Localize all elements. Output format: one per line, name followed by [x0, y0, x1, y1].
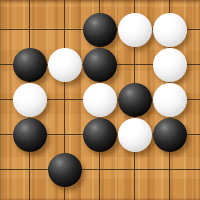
white-stone — [83, 83, 117, 117]
black-stone — [48, 153, 82, 187]
black-stone — [83, 48, 117, 82]
black-stone — [153, 118, 187, 152]
white-stone — [13, 83, 47, 117]
white-stone — [48, 48, 82, 82]
black-stone — [83, 118, 117, 152]
white-stone — [153, 48, 187, 82]
black-stone — [13, 48, 47, 82]
white-stone — [118, 13, 152, 47]
black-stone — [118, 83, 152, 117]
white-stone — [153, 83, 187, 117]
grid-line-horizontal-4 — [0, 169, 200, 170]
black-stone — [13, 118, 47, 152]
white-stone — [118, 118, 152, 152]
black-stone — [83, 13, 117, 47]
white-stone — [153, 13, 187, 47]
go-app-screen — [0, 0, 200, 200]
go-board[interactable] — [0, 0, 200, 200]
